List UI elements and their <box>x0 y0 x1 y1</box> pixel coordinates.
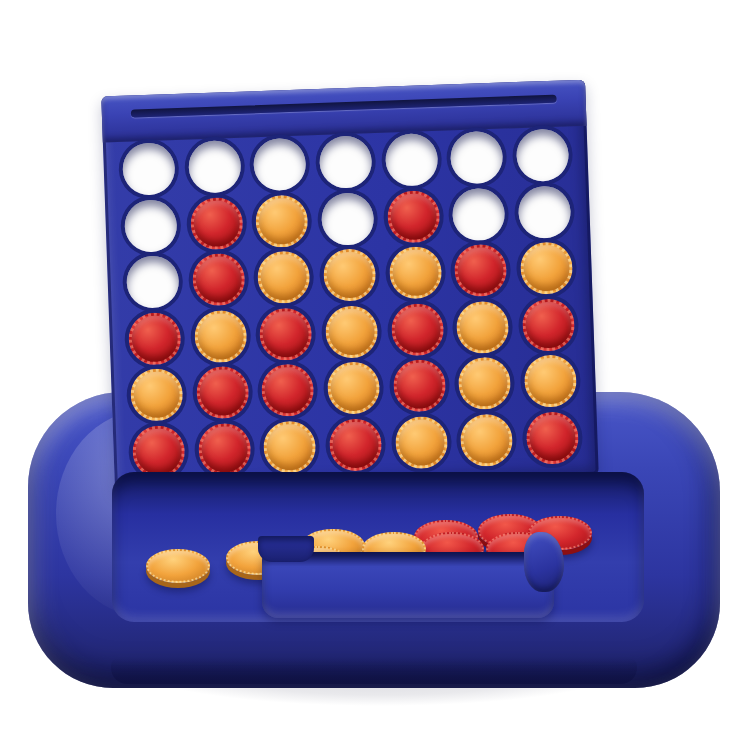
cell-r3c4 <box>316 246 384 305</box>
cell-r3c7 <box>513 239 581 298</box>
yellow-disc <box>323 248 377 302</box>
cell-r5c5 <box>385 357 453 416</box>
red-disc <box>189 196 243 250</box>
cell-r2c2 <box>182 194 250 253</box>
yellow-disc <box>327 361 381 415</box>
empty-hole <box>126 255 180 309</box>
red-disc <box>386 190 440 244</box>
cell-r6c6 <box>453 411 521 470</box>
cell-r1c2 <box>181 138 249 197</box>
empty-hole <box>321 192 375 246</box>
cell-r2c7 <box>511 183 579 242</box>
yellow-disc <box>460 413 514 467</box>
cell-r5c2 <box>188 363 256 422</box>
empty-hole <box>319 135 373 189</box>
yellow-disc <box>257 251 311 305</box>
cell-r5c1 <box>123 366 191 425</box>
cell-r4c4 <box>318 302 386 361</box>
cell-r6c7 <box>519 408 587 467</box>
cell-r4c6 <box>449 298 517 357</box>
empty-hole <box>452 187 506 241</box>
base-front-foot <box>111 658 637 684</box>
cell-r4c7 <box>515 295 583 354</box>
cell-r4c1 <box>121 309 189 368</box>
red-disc <box>261 364 315 418</box>
yellow-disc <box>263 420 317 474</box>
cell-r1c4 <box>312 133 380 192</box>
red-disc <box>392 359 446 413</box>
board-grid <box>115 126 587 481</box>
empty-hole <box>187 140 241 194</box>
yellow-disc <box>520 241 574 295</box>
channel-notch <box>258 536 314 562</box>
cell-r1c5 <box>378 131 446 190</box>
cell-r3c3 <box>250 248 318 307</box>
cell-r4c2 <box>186 307 254 366</box>
yellow-disc <box>193 309 247 363</box>
cell-r5c6 <box>451 354 519 413</box>
cell-r1c7 <box>509 126 577 185</box>
yellow-disc <box>524 354 578 408</box>
empty-hole <box>253 138 307 192</box>
connect-four-board <box>101 80 598 492</box>
yellow-disc <box>458 357 512 411</box>
cell-r1c1 <box>115 140 183 199</box>
cell-r3c5 <box>381 244 449 303</box>
cell-r4c5 <box>383 300 451 359</box>
cell-r6c4 <box>322 415 390 474</box>
red-disc <box>329 418 383 472</box>
cell-r5c7 <box>517 352 585 411</box>
yellow-disc <box>394 415 448 469</box>
red-disc <box>132 425 186 479</box>
cell-r2c6 <box>445 185 513 244</box>
cell-r2c3 <box>248 192 316 251</box>
yellow-disc <box>255 194 309 248</box>
red-disc <box>390 303 444 357</box>
cell-r3c1 <box>119 253 187 312</box>
empty-hole <box>518 185 572 239</box>
cell-r2c4 <box>314 189 382 248</box>
cell-r1c3 <box>246 135 314 194</box>
red-disc <box>259 307 313 361</box>
red-disc <box>195 366 249 420</box>
red-disc <box>128 312 182 366</box>
red-disc <box>526 411 580 465</box>
red-disc <box>197 422 251 476</box>
cell-r6c5 <box>387 413 455 472</box>
cell-r6c2 <box>190 420 258 479</box>
connect-four-product-photo <box>0 0 750 750</box>
empty-hole <box>384 133 438 187</box>
yellow-disc <box>325 305 379 359</box>
cell-r2c1 <box>117 196 185 255</box>
cell-r1c6 <box>443 128 511 187</box>
yellow-disc <box>388 246 442 300</box>
red-disc <box>454 244 508 298</box>
cell-r4c3 <box>252 305 320 364</box>
empty-hole <box>450 131 504 185</box>
yellow-disc <box>456 300 510 354</box>
yellow-disc <box>130 368 184 422</box>
tray-handle-channel <box>262 552 554 618</box>
cell-r2c5 <box>380 187 448 246</box>
empty-hole <box>516 129 570 183</box>
red-disc <box>191 253 245 307</box>
cell-r6c3 <box>256 418 324 477</box>
empty-hole <box>124 199 178 253</box>
disc-drop-slot <box>131 95 557 118</box>
cell-r3c2 <box>184 250 252 309</box>
cell-r5c3 <box>254 361 322 420</box>
cell-r3c6 <box>447 241 515 300</box>
cell-r5c4 <box>320 359 388 418</box>
red-disc <box>522 298 576 352</box>
empty-hole <box>122 142 176 196</box>
